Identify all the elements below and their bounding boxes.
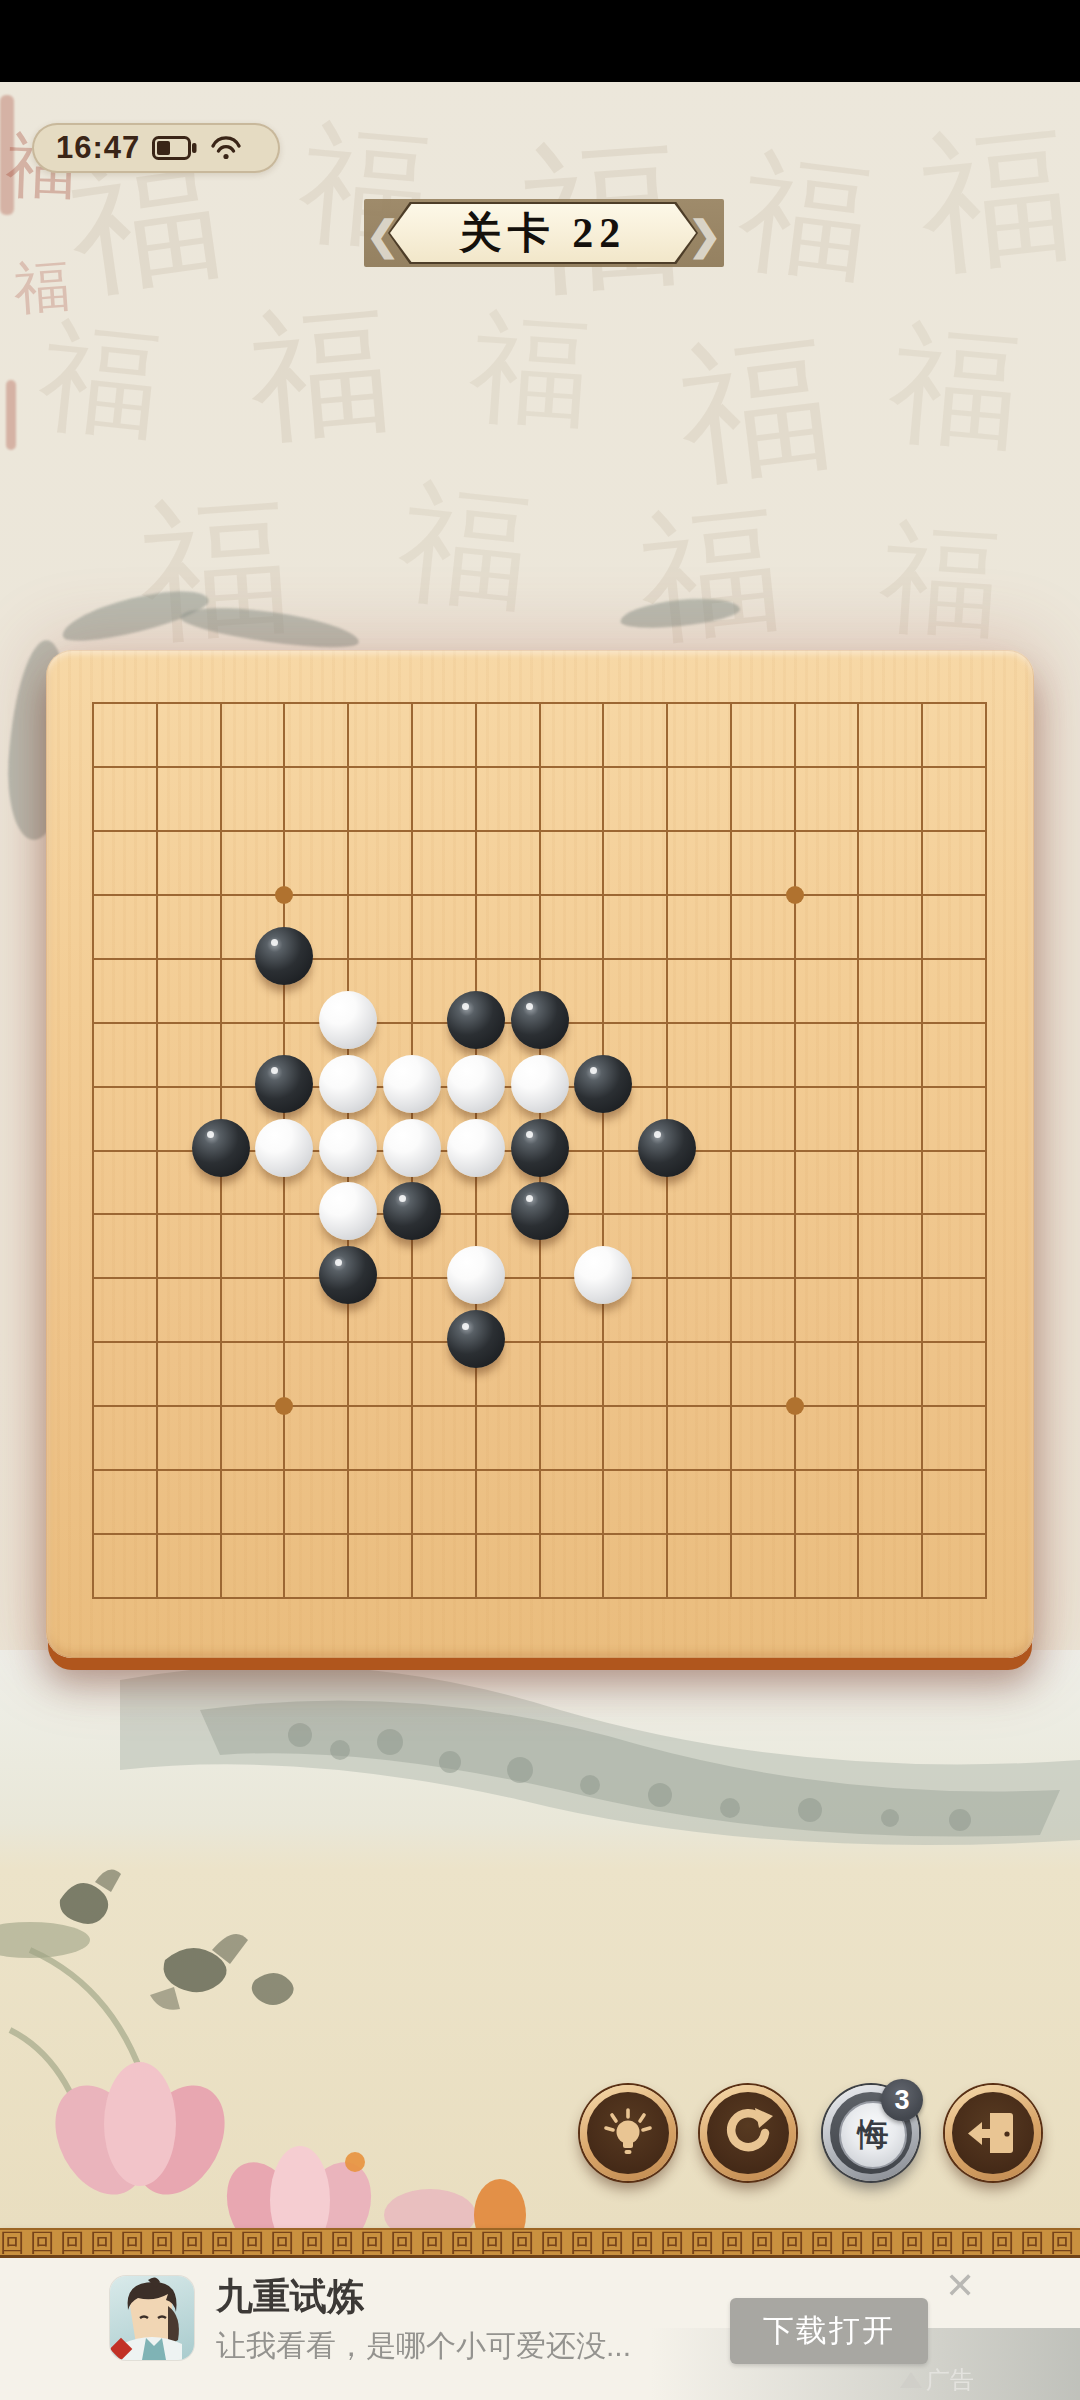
ad-tag: 广告 [900, 2364, 974, 2396]
black-stone [511, 1182, 569, 1240]
star-point [275, 1397, 293, 1415]
white-stone [447, 1055, 505, 1113]
leaf-decoration [619, 594, 741, 632]
red-ink-stroke [0, 95, 14, 215]
white-stone [574, 1246, 632, 1304]
status-pill: 16:47 [32, 123, 280, 173]
level-label: 关卡 22 [460, 205, 627, 261]
go-board [46, 650, 1034, 1658]
board-grid[interactable] [92, 702, 987, 1599]
exit-button[interactable] [945, 2085, 1041, 2181]
white-stone [447, 1119, 505, 1177]
calligraphy-glyph: 福 [133, 465, 297, 677]
ad-subtitle: 让我看看，是哪个小可爱还没... [216, 2326, 631, 2367]
black-stone [574, 1055, 632, 1113]
leaf-decoration [179, 600, 361, 655]
black-stone [192, 1119, 250, 1177]
clock-time: 16:47 [56, 130, 140, 166]
black-stone [447, 991, 505, 1049]
calligraphy-glyph: 福 [630, 473, 789, 677]
battery-icon [152, 135, 198, 161]
level-banner: 关卡 22 [388, 202, 698, 264]
calligraphy-glyph: 福 [730, 123, 880, 314]
black-stone [383, 1182, 441, 1240]
red-ink-stroke [6, 380, 16, 450]
white-stone [255, 1119, 313, 1177]
meander-border: 回回回回回回回回回回回回回回回回回回回回回回回回回回回回回回回回回回回回回回回回… [0, 2228, 1080, 2258]
star-point [786, 1397, 804, 1415]
calligraphy-glyph: 福 [32, 294, 168, 469]
lightbulb-icon [587, 2092, 669, 2174]
level-banner-plate: 关卡 22 [390, 204, 696, 262]
status-notch-bar [0, 0, 1080, 82]
undo-button[interactable]: 悔 3 [823, 2085, 919, 2181]
black-stone [511, 1119, 569, 1177]
ad-close-icon[interactable]: ✕ [938, 2264, 982, 2308]
black-stone [255, 1055, 313, 1113]
white-stone [319, 1055, 377, 1113]
black-stone [255, 927, 313, 985]
ad-app-icon[interactable] [110, 2276, 194, 2360]
ad-download-button[interactable]: 下载打开 [730, 2298, 928, 2364]
white-stone [319, 1182, 377, 1240]
calligraphy-glyph: 福 [391, 454, 539, 643]
white-stone [319, 991, 377, 1049]
black-stone [319, 1246, 377, 1304]
calligraphy-glyph: 福 [874, 496, 1005, 667]
undo-count-badge: 3 [881, 2079, 923, 2121]
ad-banner[interactable]: 九重试炼 让我看看，是哪个小可爱还没... 下载打开 ✕ 广告 [0, 2258, 1080, 2400]
restart-button[interactable] [700, 2085, 796, 2181]
hint-button[interactable] [580, 2085, 676, 2181]
black-stone [447, 1310, 505, 1368]
calligraphy-glyph: 福 [464, 286, 595, 457]
calligraphy-glyph: 福 [242, 274, 398, 475]
calligraphy-glyph: 福 [910, 93, 1080, 310]
black-stone [511, 991, 569, 1049]
undo-label: 悔 [858, 2114, 889, 2156]
calligraphy-glyph: 福 [883, 295, 1028, 482]
app-screen: 福福福福福福福福福福福福福福福福 16:47 ❮ ❯ 关卡 22 [0, 0, 1080, 2400]
white-stone [383, 1119, 441, 1177]
white-stone [511, 1055, 569, 1113]
star-point [275, 886, 293, 904]
star-point [786, 886, 804, 904]
exit-door-icon [952, 2092, 1034, 2174]
ad-tag-logo-icon [900, 2372, 922, 2388]
white-stone [319, 1119, 377, 1177]
calligraphy-glyph: 福 [668, 302, 841, 521]
wifi-icon [210, 135, 242, 161]
restart-arrow-icon [707, 2092, 789, 2174]
ad-title: 九重试炼 [216, 2272, 364, 2322]
white-stone [383, 1055, 441, 1113]
white-stone [447, 1246, 505, 1304]
black-stone [638, 1119, 696, 1177]
calligraphy-glyph: 福 [11, 248, 72, 328]
